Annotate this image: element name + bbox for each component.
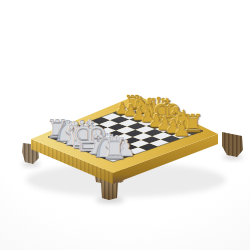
right-foot-carving: [222, 132, 243, 157]
chess-board: [0, 0, 250, 250]
chess-set-product-photo: ♜♞♝♛♚♝♞♜♟♟♟♟♟♟♟♟♟♟♟♟♟♟♟♟♜♞♝♛♚♝♞♜: [0, 0, 250, 250]
